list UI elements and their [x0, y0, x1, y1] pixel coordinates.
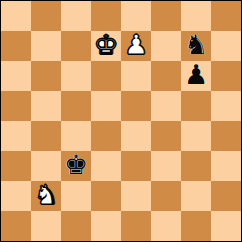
square-f4[interactable]: [151, 121, 181, 151]
square-b6[interactable]: [31, 61, 61, 91]
square-e5[interactable]: [121, 91, 151, 121]
square-h8[interactable]: [211, 1, 241, 31]
square-e2[interactable]: [121, 181, 151, 211]
square-c1[interactable]: [61, 211, 91, 241]
square-a8[interactable]: [1, 1, 31, 31]
square-c7[interactable]: [61, 31, 91, 61]
square-d6[interactable]: [91, 61, 121, 91]
square-b4[interactable]: [31, 121, 61, 151]
square-c8[interactable]: [61, 1, 91, 31]
square-a7[interactable]: [1, 31, 31, 61]
square-c5[interactable]: [61, 91, 91, 121]
square-c3[interactable]: ♚: [61, 151, 91, 181]
square-h2[interactable]: [211, 181, 241, 211]
square-g6[interactable]: ♟: [181, 61, 211, 91]
square-c4[interactable]: [61, 121, 91, 151]
chess-board: ♚♟♞♟♚♞: [1, 1, 241, 241]
square-f3[interactable]: [151, 151, 181, 181]
square-e1[interactable]: [121, 211, 151, 241]
black-king-piece[interactable]: ♚: [64, 151, 88, 180]
chess-board-border: ♚♟♞♟♚♞: [0, 0, 242, 242]
square-f6[interactable]: [151, 61, 181, 91]
square-h3[interactable]: [211, 151, 241, 181]
square-a3[interactable]: [1, 151, 31, 181]
black-knight-piece[interactable]: ♞: [184, 31, 208, 60]
square-d7[interactable]: ♚: [91, 31, 121, 61]
square-a1[interactable]: [1, 211, 31, 241]
square-b3[interactable]: [31, 151, 61, 181]
square-f5[interactable]: [151, 91, 181, 121]
square-f7[interactable]: [151, 31, 181, 61]
square-g8[interactable]: [181, 1, 211, 31]
square-h7[interactable]: [211, 31, 241, 61]
square-b8[interactable]: [31, 1, 61, 31]
square-h5[interactable]: [211, 91, 241, 121]
square-f2[interactable]: [151, 181, 181, 211]
white-pawn-piece[interactable]: ♟: [124, 31, 148, 60]
square-g4[interactable]: [181, 121, 211, 151]
square-e8[interactable]: [121, 1, 151, 31]
square-c6[interactable]: [61, 61, 91, 91]
square-b7[interactable]: [31, 31, 61, 61]
square-e7[interactable]: ♟: [121, 31, 151, 61]
square-d8[interactable]: [91, 1, 121, 31]
square-g2[interactable]: [181, 181, 211, 211]
square-h4[interactable]: [211, 121, 241, 151]
black-pawn-piece[interactable]: ♟: [184, 61, 208, 90]
square-e4[interactable]: [121, 121, 151, 151]
square-c2[interactable]: [61, 181, 91, 211]
square-g7[interactable]: ♞: [181, 31, 211, 61]
square-e6[interactable]: [121, 61, 151, 91]
square-h1[interactable]: [211, 211, 241, 241]
square-e3[interactable]: [121, 151, 151, 181]
square-b5[interactable]: [31, 91, 61, 121]
square-g5[interactable]: [181, 91, 211, 121]
square-h6[interactable]: [211, 61, 241, 91]
square-f1[interactable]: [151, 211, 181, 241]
square-d5[interactable]: [91, 91, 121, 121]
square-b2[interactable]: ♞: [31, 181, 61, 211]
white-knight-piece[interactable]: ♞: [34, 181, 58, 210]
square-a2[interactable]: [1, 181, 31, 211]
square-d4[interactable]: [91, 121, 121, 151]
square-d2[interactable]: [91, 181, 121, 211]
square-f8[interactable]: [151, 1, 181, 31]
square-a5[interactable]: [1, 91, 31, 121]
square-d1[interactable]: [91, 211, 121, 241]
square-b1[interactable]: [31, 211, 61, 241]
square-a4[interactable]: [1, 121, 31, 151]
square-g1[interactable]: [181, 211, 211, 241]
square-g3[interactable]: [181, 151, 211, 181]
square-d3[interactable]: [91, 151, 121, 181]
white-king-piece[interactable]: ♚: [94, 31, 118, 60]
square-a6[interactable]: [1, 61, 31, 91]
